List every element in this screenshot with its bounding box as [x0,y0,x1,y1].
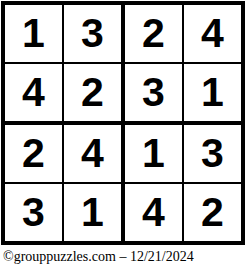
cell-r3c4[interactable]: 3 [184,125,241,182]
cell-r2c3[interactable]: 3 [125,64,182,121]
cell-r3c1[interactable]: 2 [5,125,62,182]
cell-r3c2[interactable]: 4 [64,125,121,182]
cell-r1c1[interactable]: 1 [5,5,62,62]
box-top-right: 2 4 3 1 [125,5,241,121]
sudoku-board: 1 3 4 2 2 4 3 1 2 4 3 1 1 3 4 2 [1,1,245,245]
box-bottom-right: 1 3 4 2 [125,125,241,241]
cell-r4c4[interactable]: 2 [184,184,241,241]
cell-r4c3[interactable]: 4 [125,184,182,241]
cell-r1c4[interactable]: 4 [184,5,241,62]
box-bottom-left: 2 4 3 1 [5,125,121,241]
cell-r1c2[interactable]: 3 [64,5,121,62]
sudoku-puzzle: 1 3 4 2 2 4 3 1 2 4 3 1 1 3 4 2 ©grouppu… [0,0,247,265]
copyright-credit: ©grouppuzzles.com – 12/21/2024 [3,249,247,265]
cell-r4c1[interactable]: 3 [5,184,62,241]
cell-r1c3[interactable]: 2 [125,5,182,62]
box-top-left: 1 3 4 2 [5,5,121,121]
cell-r2c4[interactable]: 1 [184,64,241,121]
cell-r2c2[interactable]: 2 [64,64,121,121]
cell-r3c3[interactable]: 1 [125,125,182,182]
cell-r4c2[interactable]: 1 [64,184,121,241]
cell-r2c1[interactable]: 4 [5,64,62,121]
